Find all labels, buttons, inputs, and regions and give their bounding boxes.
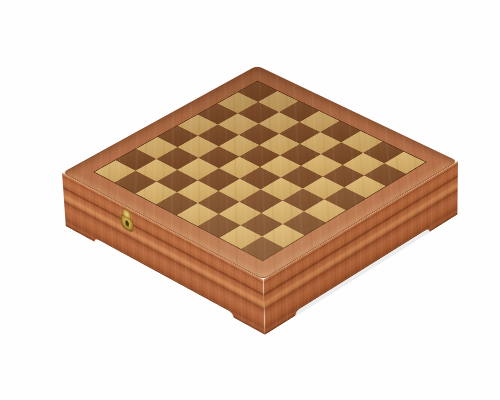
square-r5c6 [261,178,303,201]
square-r6c5 [219,179,261,202]
square-r3c8 [344,175,386,198]
square-r5c7 [282,188,324,211]
square-r8c7 [219,225,262,249]
square-r4c8 [324,187,366,210]
square-r7c6 [219,202,261,225]
square-r7c4 [177,180,219,203]
square-r5c8 [304,199,346,222]
square-r4c6 [281,166,323,189]
square-r2c8 [364,163,406,186]
square-r4c7 [302,176,344,199]
square-r8c6 [198,214,241,238]
square-r7c5 [198,191,240,214]
square-r8c8 [241,236,284,260]
square-r6c6 [240,190,282,213]
latch-clasp [121,214,134,233]
square-r7c7 [240,213,283,237]
square-r3c7 [323,165,365,188]
square-r6c7 [261,200,303,223]
square-r8c5 [177,203,219,226]
product-photo [0,0,500,400]
square-r7c3 [156,169,198,192]
square-r6c4 [198,168,240,191]
chess-box [62,65,458,279]
brass-latch [120,207,133,234]
square-r5c5 [240,167,282,190]
square-r8c3 [135,181,177,204]
square-r8c4 [156,192,198,215]
square-r7c8 [262,224,305,248]
square-r6c8 [283,211,326,235]
square-r8c2 [115,171,157,194]
